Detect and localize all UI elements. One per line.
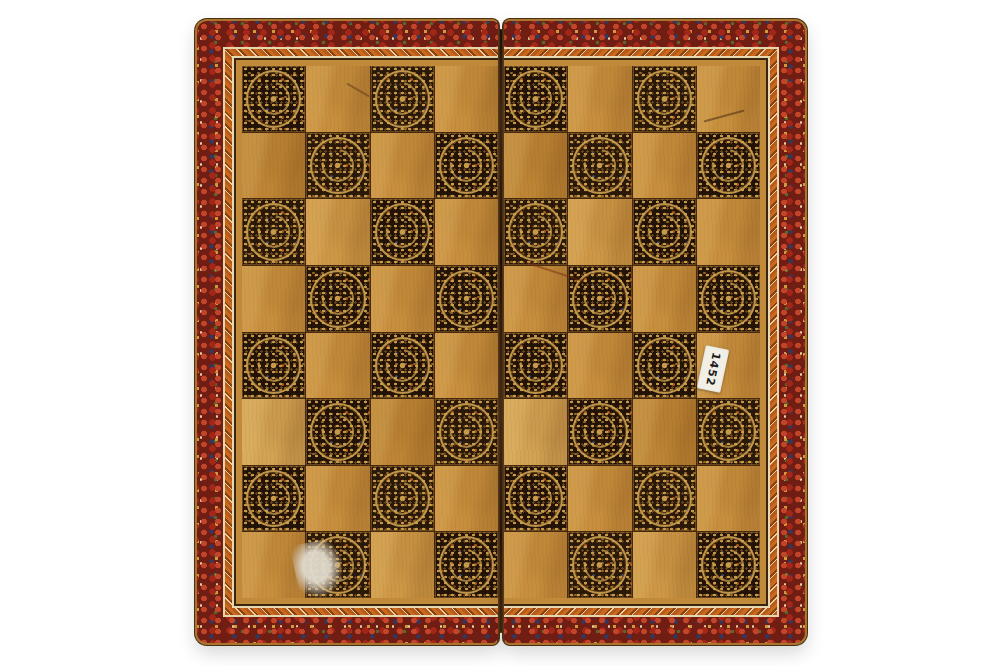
square-g5[interactable] — [633, 266, 696, 332]
arabesque-medallion — [310, 403, 365, 461]
arabesque-medallion — [310, 270, 365, 328]
square-d7[interactable] — [435, 133, 498, 199]
square-h2[interactable] — [697, 466, 760, 532]
square-d5[interactable] — [435, 266, 498, 332]
cream-band — [504, 56, 770, 608]
square-c7[interactable] — [371, 133, 434, 199]
rope-band — [225, 49, 498, 615]
square-g7[interactable] — [633, 133, 696, 199]
square-c4[interactable] — [371, 333, 434, 399]
square-a7[interactable] — [242, 133, 305, 199]
square-b5[interactable] — [306, 266, 369, 332]
square-d6[interactable] — [435, 199, 498, 265]
arabesque-medallion — [439, 270, 494, 328]
arabesque-medallion — [439, 137, 494, 195]
arabesque-medallion — [637, 203, 692, 261]
arabesque-medallion — [637, 70, 692, 128]
square-h1[interactable] — [697, 532, 760, 598]
square-c2[interactable] — [371, 466, 434, 532]
arabesque-medallion — [572, 137, 627, 195]
arabesque-medallion — [439, 403, 494, 461]
cream-band — [223, 47, 498, 617]
square-e1[interactable] — [504, 532, 567, 598]
square-b3[interactable] — [306, 399, 369, 465]
lot-number: 1452 — [703, 351, 723, 388]
square-b2[interactable] — [306, 466, 369, 532]
square-h7[interactable] — [697, 133, 760, 199]
board-right-panel — [503, 19, 807, 645]
square-d8[interactable] — [435, 66, 498, 132]
square-a2[interactable] — [242, 466, 305, 532]
arabesque-medallion — [637, 337, 692, 395]
square-e4[interactable] — [504, 333, 567, 399]
square-f4[interactable] — [568, 333, 631, 399]
square-b8[interactable] — [306, 66, 369, 132]
square-d2[interactable] — [435, 466, 498, 532]
arabesque-medallion — [375, 337, 430, 395]
square-e7[interactable] — [504, 133, 567, 199]
arabesque-medallion — [508, 70, 563, 128]
arabesque-medallion — [246, 337, 301, 395]
square-h5[interactable] — [697, 266, 760, 332]
cream-band — [232, 56, 498, 608]
square-b7[interactable] — [306, 133, 369, 199]
arabesque-medallion — [701, 536, 756, 594]
arabesque-medallion — [246, 70, 301, 128]
square-f6[interactable] — [568, 199, 631, 265]
arabesque-medallion — [310, 137, 365, 195]
square-f8[interactable] — [568, 66, 631, 132]
tan-margin — [234, 58, 498, 606]
square-e6[interactable] — [504, 199, 567, 265]
square-a4[interactable] — [242, 333, 305, 399]
arabesque-medallion — [375, 470, 430, 528]
square-g1[interactable] — [633, 532, 696, 598]
arabesque-medallion — [701, 270, 756, 328]
square-g8[interactable] — [633, 66, 696, 132]
arabesque-medallion — [637, 470, 692, 528]
square-d3[interactable] — [435, 399, 498, 465]
arabesque-medallion — [246, 470, 301, 528]
square-b4[interactable] — [306, 333, 369, 399]
square-e5[interactable] — [504, 266, 567, 332]
cream-band — [504, 47, 779, 617]
square-g4[interactable] — [633, 333, 696, 399]
arabesque-medallion — [508, 203, 563, 261]
square-f3[interactable] — [568, 399, 631, 465]
square-c5[interactable] — [371, 266, 434, 332]
square-h6[interactable] — [697, 199, 760, 265]
square-a8[interactable] — [242, 66, 305, 132]
left-grid — [242, 66, 498, 598]
chessboard: 1452 — [195, 19, 807, 645]
square-g6[interactable] — [633, 199, 696, 265]
right-grid — [504, 66, 760, 598]
square-c8[interactable] — [371, 66, 434, 132]
square-c6[interactable] — [371, 199, 434, 265]
square-d4[interactable] — [435, 333, 498, 399]
arabesque-medallion — [375, 203, 430, 261]
square-a6[interactable] — [242, 199, 305, 265]
square-a3[interactable] — [242, 399, 305, 465]
arabesque-medallion — [375, 70, 430, 128]
arabesque-medallion — [572, 536, 627, 594]
arabesque-medallion — [508, 470, 563, 528]
square-f2[interactable] — [568, 466, 631, 532]
square-e8[interactable] — [504, 66, 567, 132]
square-g3[interactable] — [633, 399, 696, 465]
square-f1[interactable] — [568, 532, 631, 598]
square-c3[interactable] — [371, 399, 434, 465]
square-f5[interactable] — [568, 266, 631, 332]
arabesque-medallion — [508, 337, 563, 395]
tan-margin — [504, 58, 768, 606]
arabesque-medallion — [246, 203, 301, 261]
square-a5[interactable] — [242, 266, 305, 332]
square-h8[interactable] — [697, 66, 760, 132]
square-e3[interactable] — [504, 399, 567, 465]
arabesque-medallion — [439, 536, 494, 594]
rope-band — [504, 49, 777, 615]
board-left-panel — [195, 19, 499, 645]
square-f7[interactable] — [568, 133, 631, 199]
square-g2[interactable] — [633, 466, 696, 532]
square-d1[interactable] — [435, 532, 498, 598]
square-c1[interactable] — [371, 532, 434, 598]
arabesque-medallion — [701, 403, 756, 461]
arabesque-medallion — [572, 403, 627, 461]
arabesque-medallion — [701, 137, 756, 195]
square-e2[interactable] — [504, 466, 567, 532]
square-b6[interactable] — [306, 199, 369, 265]
square-h3[interactable] — [697, 399, 760, 465]
